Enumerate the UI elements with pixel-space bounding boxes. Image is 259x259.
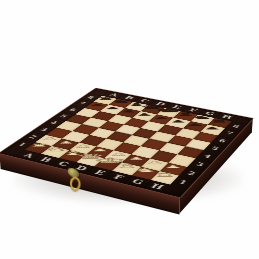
scene: AABBCCDDEEFFGGHH1122334455667788 ♜♞♝♛♚♝♞…	[0, 0, 259, 259]
chess-board: AABBCCDDEEFFGGHH1122334455667788 ♜♞♝♛♚♝♞…	[0, 88, 254, 198]
product-photo: AABBCCDDEEFFGGHH1122334455667788 ♜♞♝♛♚♝♞…	[0, 0, 259, 259]
clasp-leaf-icon	[68, 167, 80, 179]
brass-clasp	[66, 167, 82, 194]
clasp-ring-icon	[69, 175, 82, 193]
